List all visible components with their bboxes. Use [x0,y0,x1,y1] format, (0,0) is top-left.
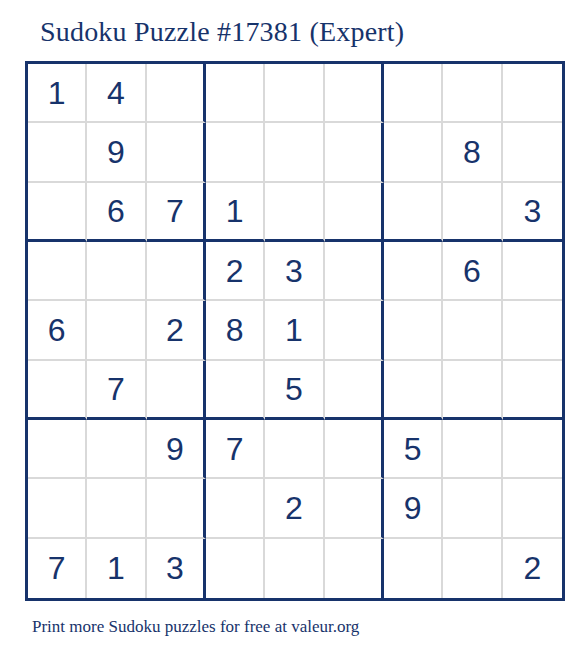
cell-r4c8: 6 [443,242,502,301]
sudoku-board: 14986713236628175975297132 [25,61,565,601]
cell-r8c3 [147,479,206,538]
cell-r3c1 [28,183,87,242]
cell-r8c6 [325,479,384,538]
cell-r8c2 [87,479,146,538]
cell-r1c8 [443,64,502,123]
cell-r3c9: 3 [503,183,562,242]
cell-r8c7: 9 [384,479,443,538]
cell-r8c5: 2 [265,479,324,538]
cell-r7c1 [28,420,87,479]
cell-r3c8 [443,183,502,242]
cell-r6c3 [147,361,206,420]
cell-r6c4 [206,361,265,420]
cell-r7c8 [443,420,502,479]
cell-r3c6 [325,183,384,242]
cell-r6c7 [384,361,443,420]
cell-r8c8 [443,479,502,538]
cell-r7c2 [87,420,146,479]
cell-r1c3 [147,64,206,123]
cell-r5c5: 1 [265,301,324,360]
cell-r7c6 [325,420,384,479]
cell-r4c4: 2 [206,242,265,301]
cell-r6c9 [503,361,562,420]
cell-r9c4 [206,539,265,598]
cell-r6c5: 5 [265,361,324,420]
cell-r6c6 [325,361,384,420]
cell-r1c2: 4 [87,64,146,123]
cell-r9c8 [443,539,502,598]
footer-credit: Print more Sudoku puzzles for free at va… [32,617,580,637]
cell-r2c3 [147,123,206,182]
cell-r2c9 [503,123,562,182]
cell-r2c1 [28,123,87,182]
cell-r3c7 [384,183,443,242]
cell-r1c6 [325,64,384,123]
cell-r4c6 [325,242,384,301]
cell-r9c5 [265,539,324,598]
cell-r4c9 [503,242,562,301]
cell-r5c7 [384,301,443,360]
cell-r7c4: 7 [206,420,265,479]
cell-r6c1 [28,361,87,420]
cell-r2c7 [384,123,443,182]
cell-r9c1: 7 [28,539,87,598]
cell-r1c9 [503,64,562,123]
cell-r9c7 [384,539,443,598]
cell-r5c2 [87,301,146,360]
cell-r9c6 [325,539,384,598]
cell-r7c9 [503,420,562,479]
cell-r4c5: 3 [265,242,324,301]
cell-r6c8 [443,361,502,420]
cell-r1c7 [384,64,443,123]
cell-r8c4 [206,479,265,538]
cell-r4c3 [147,242,206,301]
cell-r2c8: 8 [443,123,502,182]
cell-r3c5 [265,183,324,242]
cell-r7c5 [265,420,324,479]
cell-r5c4: 8 [206,301,265,360]
cell-r7c7: 5 [384,420,443,479]
cell-r8c1 [28,479,87,538]
cell-r5c3: 2 [147,301,206,360]
cell-r5c6 [325,301,384,360]
cell-r2c2: 9 [87,123,146,182]
cell-r4c2 [87,242,146,301]
cell-r3c4: 1 [206,183,265,242]
cell-r1c5 [265,64,324,123]
cell-r4c7 [384,242,443,301]
cell-r9c3: 3 [147,539,206,598]
cell-r6c2: 7 [87,361,146,420]
cell-r5c8 [443,301,502,360]
cell-r2c4 [206,123,265,182]
cell-r9c2: 1 [87,539,146,598]
cell-r4c1 [28,242,87,301]
cell-r2c5 [265,123,324,182]
cell-r3c3: 7 [147,183,206,242]
cell-r5c9 [503,301,562,360]
cell-r3c2: 6 [87,183,146,242]
cell-r2c6 [325,123,384,182]
cell-r5c1: 6 [28,301,87,360]
cell-r7c3: 9 [147,420,206,479]
cell-r1c4 [206,64,265,123]
cell-r8c9 [503,479,562,538]
page-title: Sudoku Puzzle #17381 (Expert) [40,16,580,48]
cell-r1c1: 1 [28,64,87,123]
cell-r9c9: 2 [503,539,562,598]
